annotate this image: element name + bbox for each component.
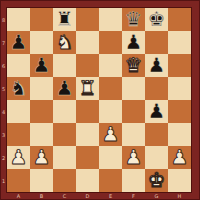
square-b1[interactable]: [30, 169, 53, 192]
square-h5[interactable]: [168, 77, 191, 100]
square-d2[interactable]: [76, 146, 99, 169]
square-e6[interactable]: [99, 54, 122, 77]
square-e3[interactable]: ♟: [99, 123, 122, 146]
square-b8[interactable]: [30, 8, 53, 31]
square-a6[interactable]: [7, 54, 30, 77]
piece-black-rook[interactable]: ♜: [56, 8, 74, 31]
rank-label-4: 4: [0, 100, 7, 123]
square-b4[interactable]: [30, 100, 53, 123]
square-g4[interactable]: ♟: [145, 100, 168, 123]
rank-label-5: 5: [0, 77, 7, 100]
piece-white-pawn[interactable]: ♟: [171, 146, 189, 169]
square-g8[interactable]: ♚: [145, 8, 168, 31]
rank-label-6: 6: [0, 54, 7, 77]
file-label-c: C: [53, 192, 76, 200]
square-e4[interactable]: [99, 100, 122, 123]
square-g7[interactable]: [145, 31, 168, 54]
square-a8[interactable]: [7, 8, 30, 31]
piece-black-queen[interactable]: ♛: [125, 8, 143, 31]
square-g1[interactable]: ♚: [145, 169, 168, 192]
square-c7[interactable]: ♞: [53, 31, 76, 54]
rank-label-8: 8: [0, 8, 7, 31]
piece-white-pawn[interactable]: ♟: [33, 146, 51, 169]
square-d8[interactable]: [76, 8, 99, 31]
file-label-d: D: [76, 192, 99, 200]
square-b3[interactable]: [30, 123, 53, 146]
square-b2[interactable]: ♟: [30, 146, 53, 169]
square-g2[interactable]: [145, 146, 168, 169]
square-c2[interactable]: [53, 146, 76, 169]
square-d6[interactable]: [76, 54, 99, 77]
square-f2[interactable]: ♟: [122, 146, 145, 169]
piece-black-pawn[interactable]: ♟: [148, 54, 166, 77]
square-f5[interactable]: [122, 77, 145, 100]
chess-board: ♜♛♚♟♞♟♟♛♟♞♟♜♟♟♟♟♟♟♚: [7, 8, 191, 192]
square-c1[interactable]: [53, 169, 76, 192]
square-d5[interactable]: ♜: [76, 77, 99, 100]
piece-black-knight[interactable]: ♞: [10, 77, 28, 100]
file-label-a: A: [7, 192, 30, 200]
square-h4[interactable]: [168, 100, 191, 123]
piece-white-rook[interactable]: ♜: [79, 77, 97, 100]
square-e1[interactable]: [99, 169, 122, 192]
piece-black-king[interactable]: ♚: [148, 8, 166, 31]
square-c3[interactable]: [53, 123, 76, 146]
square-g5[interactable]: [145, 77, 168, 100]
square-a1[interactable]: [7, 169, 30, 192]
piece-black-pawn[interactable]: ♟: [56, 77, 74, 100]
rank-label-1: 1: [0, 169, 7, 192]
square-g6[interactable]: ♟: [145, 54, 168, 77]
square-b7[interactable]: [30, 31, 53, 54]
rank-label-3: 3: [0, 123, 7, 146]
square-h3[interactable]: [168, 123, 191, 146]
square-f7[interactable]: ♟: [122, 31, 145, 54]
square-b6[interactable]: ♟: [30, 54, 53, 77]
piece-black-pawn[interactable]: ♟: [125, 31, 143, 54]
square-f3[interactable]: [122, 123, 145, 146]
square-c5[interactable]: ♟: [53, 77, 76, 100]
square-f1[interactable]: [122, 169, 145, 192]
square-a2[interactable]: ♟: [7, 146, 30, 169]
file-label-b: B: [30, 192, 53, 200]
file-label-h: H: [168, 192, 191, 200]
square-c6[interactable]: [53, 54, 76, 77]
piece-black-pawn[interactable]: ♟: [10, 31, 28, 54]
square-d3[interactable]: [76, 123, 99, 146]
square-d1[interactable]: [76, 169, 99, 192]
square-e5[interactable]: [99, 77, 122, 100]
square-d7[interactable]: [76, 31, 99, 54]
square-h7[interactable]: [168, 31, 191, 54]
square-e2[interactable]: [99, 146, 122, 169]
piece-white-queen[interactable]: ♛: [125, 54, 143, 77]
rank-label-2: 2: [0, 146, 7, 169]
square-a5[interactable]: ♞: [7, 77, 30, 100]
square-f4[interactable]: [122, 100, 145, 123]
file-label-e: E: [99, 192, 122, 200]
square-g3[interactable]: [145, 123, 168, 146]
square-h2[interactable]: ♟: [168, 146, 191, 169]
piece-black-pawn[interactable]: ♟: [33, 54, 51, 77]
square-f6[interactable]: ♛: [122, 54, 145, 77]
square-h6[interactable]: [168, 54, 191, 77]
square-f8[interactable]: ♛: [122, 8, 145, 31]
square-d4[interactable]: [76, 100, 99, 123]
piece-white-pawn[interactable]: ♟: [102, 123, 120, 146]
piece-white-pawn[interactable]: ♟: [125, 146, 143, 169]
square-a4[interactable]: [7, 100, 30, 123]
piece-white-king[interactable]: ♚: [148, 169, 166, 192]
square-c8[interactable]: ♜: [53, 8, 76, 31]
square-a7[interactable]: ♟: [7, 31, 30, 54]
file-label-g: G: [145, 192, 168, 200]
square-b5[interactable]: [30, 77, 53, 100]
piece-white-knight[interactable]: ♞: [56, 31, 74, 54]
square-h8[interactable]: [168, 8, 191, 31]
file-label-f: F: [122, 192, 145, 200]
chess-board-frame: 87654321 ♜♛♚♟♞♟♟♛♟♞♟♜♟♟♟♟♟♟♚ ABCDEFGH: [0, 0, 200, 200]
piece-black-pawn[interactable]: ♟: [148, 100, 166, 123]
square-h1[interactable]: [168, 169, 191, 192]
square-c4[interactable]: [53, 100, 76, 123]
square-e8[interactable]: [99, 8, 122, 31]
piece-white-pawn[interactable]: ♟: [10, 146, 28, 169]
rank-label-7: 7: [0, 31, 7, 54]
square-e7[interactable]: [99, 31, 122, 54]
square-a3[interactable]: [7, 123, 30, 146]
